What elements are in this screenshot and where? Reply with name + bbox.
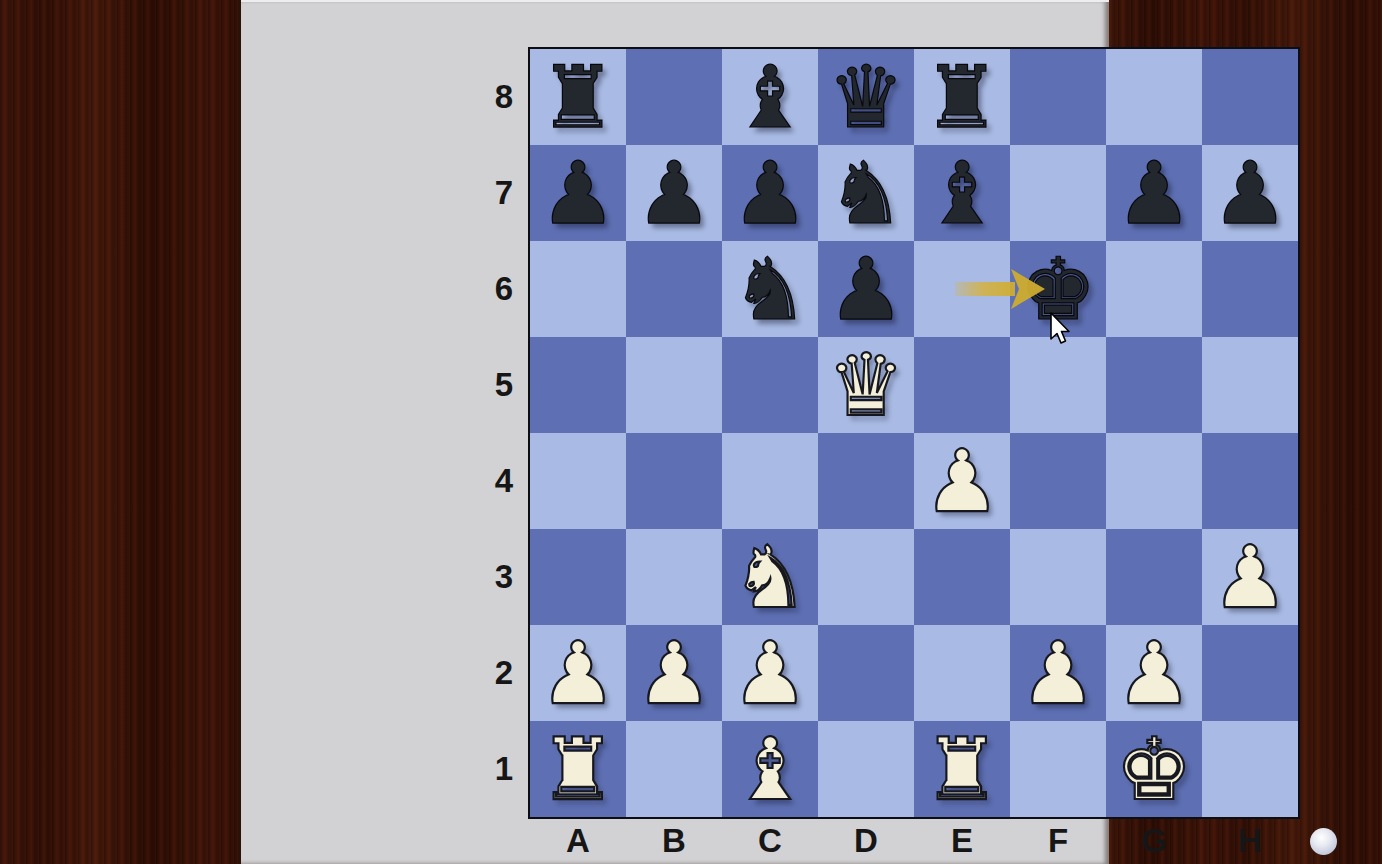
square-e7[interactable]: ♝ xyxy=(914,145,1010,241)
square-f3[interactable] xyxy=(1010,529,1106,625)
square-b5[interactable] xyxy=(626,337,722,433)
white-pawn-piece[interactable]: ♟ xyxy=(530,625,626,721)
square-b3[interactable] xyxy=(626,529,722,625)
white-knight-piece[interactable]: ♞ xyxy=(722,529,818,625)
white-pawn-piece[interactable]: ♟ xyxy=(1010,625,1106,721)
white-rook-piece[interactable]: ♜ xyxy=(530,721,626,817)
square-d3[interactable] xyxy=(818,529,914,625)
square-b4[interactable] xyxy=(626,433,722,529)
glossy-ball-icon xyxy=(1310,828,1337,855)
square-c8[interactable]: ♝ xyxy=(722,49,818,145)
rank-label-3: 3 xyxy=(481,529,527,625)
square-f6[interactable]: ♚ xyxy=(1010,241,1106,337)
black-pawn-piece[interactable]: ♟ xyxy=(626,145,722,241)
square-g6[interactable] xyxy=(1106,241,1202,337)
white-bishop-piece[interactable]: ♝ xyxy=(722,721,818,817)
square-a3[interactable] xyxy=(530,529,626,625)
square-d8[interactable]: ♛ xyxy=(818,49,914,145)
square-g3[interactable] xyxy=(1106,529,1202,625)
square-b2[interactable]: ♟ xyxy=(626,625,722,721)
rank-label-7: 7 xyxy=(481,145,527,241)
square-f8[interactable] xyxy=(1010,49,1106,145)
square-b1[interactable] xyxy=(626,721,722,817)
file-label-b: B xyxy=(626,820,722,862)
white-pawn-piece[interactable]: ♟ xyxy=(722,625,818,721)
white-pawn-piece[interactable]: ♟ xyxy=(914,433,1010,529)
square-c3[interactable]: ♞ xyxy=(722,529,818,625)
square-e4[interactable]: ♟ xyxy=(914,433,1010,529)
square-a6[interactable] xyxy=(530,241,626,337)
file-labels: ABCDEFGH xyxy=(530,820,1298,862)
square-c1[interactable]: ♝ xyxy=(722,721,818,817)
square-a1[interactable]: ♜ xyxy=(530,721,626,817)
square-a7[interactable]: ♟ xyxy=(530,145,626,241)
square-h3[interactable]: ♟ xyxy=(1202,529,1298,625)
square-h1[interactable] xyxy=(1202,721,1298,817)
file-label-d: D xyxy=(818,820,914,862)
square-d4[interactable] xyxy=(818,433,914,529)
square-c2[interactable]: ♟ xyxy=(722,625,818,721)
square-a5[interactable] xyxy=(530,337,626,433)
square-h5[interactable] xyxy=(1202,337,1298,433)
square-e8[interactable]: ♜ xyxy=(914,49,1010,145)
square-c4[interactable] xyxy=(722,433,818,529)
square-b7[interactable]: ♟ xyxy=(626,145,722,241)
rank-label-8: 8 xyxy=(481,49,527,145)
square-g5[interactable] xyxy=(1106,337,1202,433)
square-d1[interactable] xyxy=(818,721,914,817)
chess-program-panel: 87654321 ABCDEFGH ♜♝♛♜♟♟♟♞♝♟♟♞♟♚♛♟♞♟♟♟♟♟… xyxy=(238,0,1109,864)
black-pawn-piece[interactable]: ♟ xyxy=(530,145,626,241)
white-pawn-piece[interactable]: ♟ xyxy=(1202,529,1298,625)
rank-labels: 87654321 xyxy=(481,49,527,817)
square-d6[interactable]: ♟ xyxy=(818,241,914,337)
square-e3[interactable] xyxy=(914,529,1010,625)
white-king-piece[interactable]: ♚ xyxy=(1106,721,1202,817)
square-d2[interactable] xyxy=(818,625,914,721)
square-h2[interactable] xyxy=(1202,625,1298,721)
square-a4[interactable] xyxy=(530,433,626,529)
square-a8[interactable]: ♜ xyxy=(530,49,626,145)
black-queen-piece[interactable]: ♛ xyxy=(818,49,914,145)
square-c6[interactable]: ♞ xyxy=(722,241,818,337)
square-c7[interactable]: ♟ xyxy=(722,145,818,241)
white-pawn-piece[interactable]: ♟ xyxy=(1106,625,1202,721)
desktop-background: 87654321 ABCDEFGH ♜♝♛♜♟♟♟♞♝♟♟♞♟♚♛♟♞♟♟♟♟♟… xyxy=(0,0,1382,864)
square-d5[interactable]: ♛ xyxy=(818,337,914,433)
black-bishop-piece[interactable]: ♝ xyxy=(722,49,818,145)
rank-label-2: 2 xyxy=(481,625,527,721)
square-a2[interactable]: ♟ xyxy=(530,625,626,721)
square-b6[interactable] xyxy=(626,241,722,337)
square-f2[interactable]: ♟ xyxy=(1010,625,1106,721)
file-label-f: F xyxy=(1010,820,1106,862)
rank-label-5: 5 xyxy=(481,337,527,433)
black-king-piece[interactable]: ♚ xyxy=(1010,241,1106,337)
square-b8[interactable] xyxy=(626,49,722,145)
square-f5[interactable] xyxy=(1010,337,1106,433)
black-bishop-piece[interactable]: ♝ xyxy=(914,145,1010,241)
square-h7[interactable]: ♟ xyxy=(1202,145,1298,241)
square-g1[interactable]: ♚ xyxy=(1106,721,1202,817)
white-pawn-piece[interactable]: ♟ xyxy=(626,625,722,721)
square-g2[interactable]: ♟ xyxy=(1106,625,1202,721)
file-label-e: E xyxy=(914,820,1010,862)
black-rook-piece[interactable]: ♜ xyxy=(530,49,626,145)
black-knight-piece[interactable]: ♞ xyxy=(722,241,818,337)
file-label-g: G xyxy=(1106,820,1202,862)
square-g7[interactable]: ♟ xyxy=(1106,145,1202,241)
rank-label-6: 6 xyxy=(481,241,527,337)
file-label-c: C xyxy=(722,820,818,862)
square-h4[interactable] xyxy=(1202,433,1298,529)
square-g4[interactable] xyxy=(1106,433,1202,529)
white-queen-piece[interactable]: ♛ xyxy=(818,337,914,433)
file-label-a: A xyxy=(530,820,626,862)
chess-board: ♜♝♛♜♟♟♟♞♝♟♟♞♟♚♛♟♞♟♟♟♟♟♟♜♝♜♚ xyxy=(528,47,1300,819)
rank-label-1: 1 xyxy=(481,721,527,817)
black-pawn-piece[interactable]: ♟ xyxy=(1202,145,1298,241)
square-e5[interactable] xyxy=(914,337,1010,433)
square-e6[interactable] xyxy=(914,241,1010,337)
square-d7[interactable]: ♞ xyxy=(818,145,914,241)
black-knight-piece[interactable]: ♞ xyxy=(818,145,914,241)
square-f4[interactable] xyxy=(1010,433,1106,529)
square-e2[interactable] xyxy=(914,625,1010,721)
rank-label-4: 4 xyxy=(481,433,527,529)
white-rook-piece[interactable]: ♜ xyxy=(914,721,1010,817)
square-h8[interactable] xyxy=(1202,49,1298,145)
file-label-h: H xyxy=(1202,820,1298,862)
black-pawn-piece[interactable]: ♟ xyxy=(722,145,818,241)
square-g8[interactable] xyxy=(1106,49,1202,145)
square-f1[interactable] xyxy=(1010,721,1106,817)
black-pawn-piece[interactable]: ♟ xyxy=(818,241,914,337)
square-c5[interactable] xyxy=(722,337,818,433)
black-rook-piece[interactable]: ♜ xyxy=(914,49,1010,145)
square-e1[interactable]: ♜ xyxy=(914,721,1010,817)
black-pawn-piece[interactable]: ♟ xyxy=(1106,145,1202,241)
square-f7[interactable] xyxy=(1010,145,1106,241)
square-h6[interactable] xyxy=(1202,241,1298,337)
